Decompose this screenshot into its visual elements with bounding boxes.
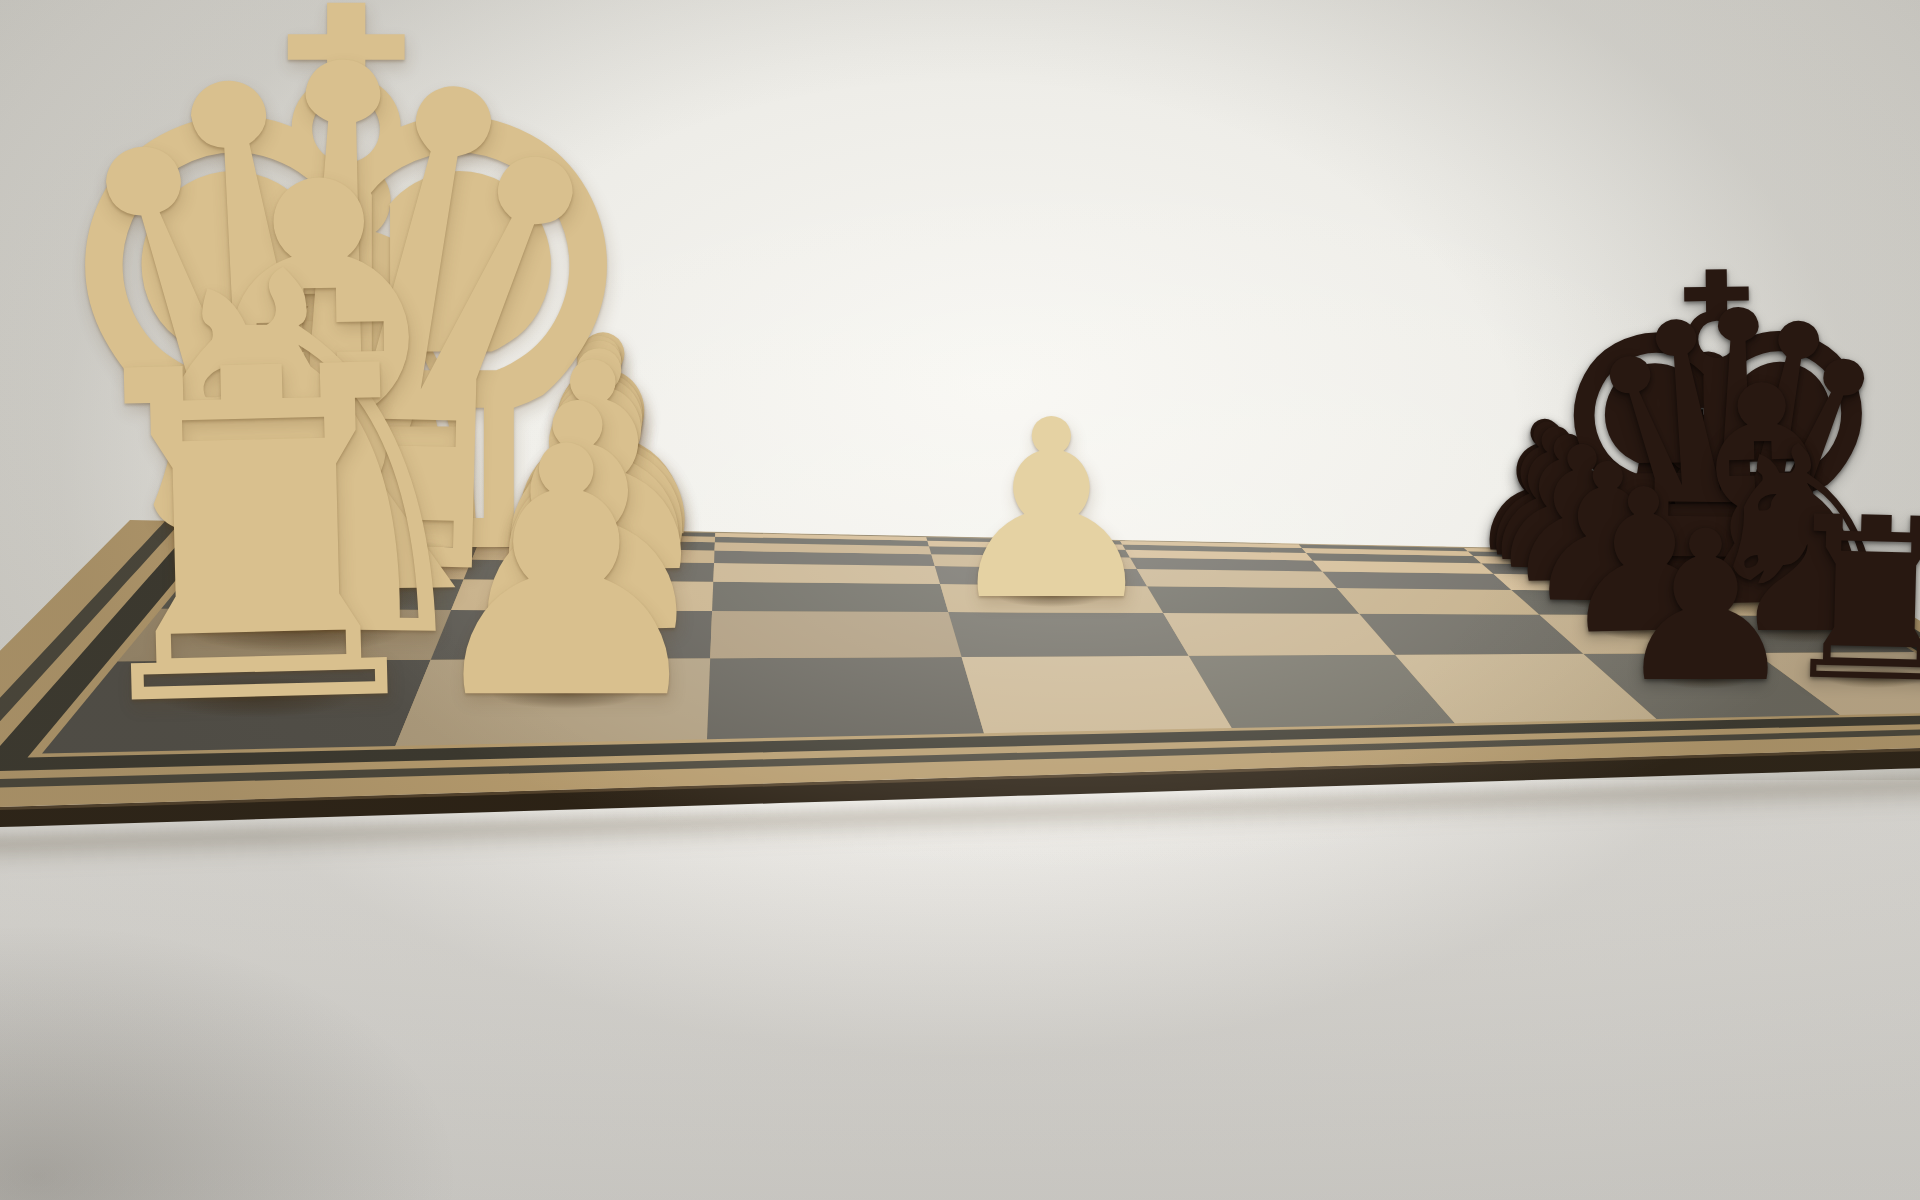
black-pawn: ♟ — [1613, 504, 1799, 712]
white-pawn: ♟ — [412, 403, 720, 746]
black-rook: ♜ — [1772, 486, 1920, 715]
chess-pieces-layer: ♜♟♟♜♞♟♟♞♝♟♟♝♚♟♟♚♛♟♟♛♝♟♟♝♞♟♟♞♜♟♟♜ — [0, 0, 1920, 1200]
photo-stage: ♜♟♟♜♞♟♟♞♝♟♟♝♚♟♟♚♛♟♟♛♝♟♟♝♞♟♟♞♜♟♟♜ — [0, 0, 1920, 1200]
white-rook: ♜ — [46, 307, 465, 771]
white-pawn-advanced: ♟ — [941, 388, 1162, 634]
